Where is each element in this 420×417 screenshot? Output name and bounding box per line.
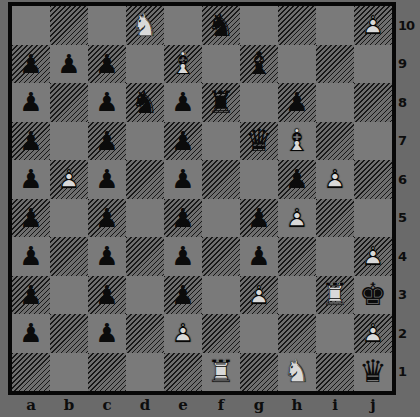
- rank-label-7: 7: [398, 122, 418, 161]
- square-g6[interactable]: [240, 160, 278, 199]
- square-e4[interactable]: ♟: [164, 237, 202, 276]
- square-f7[interactable]: [202, 122, 240, 161]
- black-pawn-c9[interactable]: ♟: [88, 45, 126, 84]
- square-c9[interactable]: ♟: [88, 45, 126, 84]
- square-c6[interactable]: ♟: [88, 160, 126, 199]
- white-bishop-h7[interactable]: ♝♗: [278, 122, 316, 161]
- black-pawn-b9[interactable]: ♟: [50, 45, 88, 84]
- black-pawn-c2[interactable]: ♟: [88, 314, 126, 353]
- black-pawn-e7[interactable]: ♟: [164, 122, 202, 161]
- square-j5[interactable]: [354, 199, 392, 238]
- file-labels: abcdefghij: [12, 394, 392, 416]
- black-queen-j1[interactable]: ♛: [354, 353, 392, 392]
- square-d10[interactable]: ♞♘: [126, 6, 164, 45]
- black-queen-g7[interactable]: ♛: [240, 122, 278, 161]
- black-pawn-a9[interactable]: ♟: [12, 45, 50, 84]
- square-i1[interactable]: [316, 353, 354, 392]
- square-e1[interactable]: [164, 353, 202, 392]
- black-pawn-g4[interactable]: ♟: [240, 237, 278, 276]
- square-b10[interactable]: [50, 6, 88, 45]
- square-e9[interactable]: ♝♗: [164, 45, 202, 84]
- square-d7[interactable]: [126, 122, 164, 161]
- square-c8[interactable]: ♟: [88, 83, 126, 122]
- square-f9[interactable]: [202, 45, 240, 84]
- square-g7[interactable]: ♛: [240, 122, 278, 161]
- square-j9[interactable]: [354, 45, 392, 84]
- file-label-e: e: [164, 394, 202, 416]
- square-d6[interactable]: [126, 160, 164, 199]
- white-pawn-g3[interactable]: ♟♙: [240, 276, 278, 315]
- rank-label-1: 1: [398, 353, 418, 392]
- black-bishop-g9[interactable]: ♝: [240, 45, 278, 84]
- white-pawn-j10[interactable]: ♟♙: [354, 6, 392, 45]
- square-a5[interactable]: ♟: [12, 199, 50, 238]
- black-pawn-e5[interactable]: ♟: [164, 199, 202, 238]
- black-pawn-c7[interactable]: ♟: [88, 122, 126, 161]
- square-a6[interactable]: ♟: [12, 160, 50, 199]
- square-c5[interactable]: ♟: [88, 199, 126, 238]
- file-label-c: c: [88, 394, 126, 416]
- square-i2[interactable]: [316, 314, 354, 353]
- square-g1[interactable]: [240, 353, 278, 392]
- square-i3[interactable]: ♜♖: [316, 276, 354, 315]
- rank-label-2: 2: [398, 314, 418, 353]
- black-pawn-g5[interactable]: ♟: [240, 199, 278, 238]
- rank-label-6: 6: [398, 160, 418, 199]
- square-e5[interactable]: ♟: [164, 199, 202, 238]
- black-pawn-a4[interactable]: ♟: [12, 237, 50, 276]
- file-label-g: g: [240, 394, 278, 416]
- square-f3[interactable]: [202, 276, 240, 315]
- board: ♞♘♞♟♙♟♟♟♝♗♝♟♟♞♟♜♟♟♟♟♛♝♗♟♟♙♟♟♟♟♙♟♟♟♟♟♙♟♟♟…: [8, 2, 396, 395]
- white-knight-d10[interactable]: ♞♘: [126, 6, 164, 45]
- black-pawn-h6[interactable]: ♟: [278, 160, 316, 199]
- square-e10[interactable]: [164, 6, 202, 45]
- square-b9[interactable]: ♟: [50, 45, 88, 84]
- white-bishop-e9[interactable]: ♝♗: [164, 45, 202, 84]
- square-b3[interactable]: [50, 276, 88, 315]
- square-i4[interactable]: [316, 237, 354, 276]
- square-i7[interactable]: [316, 122, 354, 161]
- square-d2[interactable]: [126, 314, 164, 353]
- black-pawn-a8[interactable]: ♟: [12, 83, 50, 122]
- square-b6[interactable]: ♟♙: [50, 160, 88, 199]
- square-d8[interactable]: ♞: [126, 83, 164, 122]
- file-label-j: j: [354, 394, 392, 416]
- square-a8[interactable]: ♟: [12, 83, 50, 122]
- file-label-b: b: [50, 394, 88, 416]
- square-i10[interactable]: [316, 6, 354, 45]
- square-d3[interactable]: [126, 276, 164, 315]
- square-c1[interactable]: [88, 353, 126, 392]
- black-pawn-a7[interactable]: ♟: [12, 122, 50, 161]
- rank-label-9: 9: [398, 45, 418, 84]
- square-e8[interactable]: ♟: [164, 83, 202, 122]
- black-pawn-a3[interactable]: ♟: [12, 276, 50, 315]
- square-d9[interactable]: [126, 45, 164, 84]
- square-d5[interactable]: [126, 199, 164, 238]
- square-e2[interactable]: ♟♙: [164, 314, 202, 353]
- square-h1[interactable]: ♞♘: [278, 353, 316, 392]
- square-b7[interactable]: [50, 122, 88, 161]
- square-h5[interactable]: ♟♙: [278, 199, 316, 238]
- square-a4[interactable]: ♟: [12, 237, 50, 276]
- square-e7[interactable]: ♟: [164, 122, 202, 161]
- white-rook-f1[interactable]: ♜♖: [202, 353, 240, 392]
- square-f1[interactable]: ♜♖: [202, 353, 240, 392]
- black-pawn-c4[interactable]: ♟: [88, 237, 126, 276]
- square-g3[interactable]: ♟♙: [240, 276, 278, 315]
- file-label-h: h: [278, 394, 316, 416]
- square-j7[interactable]: [354, 122, 392, 161]
- black-pawn-c6[interactable]: ♟: [88, 160, 126, 199]
- white-pawn-i6[interactable]: ♟♙: [316, 160, 354, 199]
- file-label-f: f: [202, 394, 240, 416]
- square-h8[interactable]: ♟: [278, 83, 316, 122]
- white-pawn-b6[interactable]: ♟♙: [50, 160, 88, 199]
- square-i8[interactable]: [316, 83, 354, 122]
- square-i9[interactable]: [316, 45, 354, 84]
- square-a3[interactable]: ♟: [12, 276, 50, 315]
- black-knight-f10[interactable]: ♞: [202, 6, 240, 45]
- square-f2[interactable]: [202, 314, 240, 353]
- square-j4[interactable]: ♟♙: [354, 237, 392, 276]
- file-label-d: d: [126, 394, 164, 416]
- black-pawn-e8[interactable]: ♟: [164, 83, 202, 122]
- square-j1[interactable]: ♛: [354, 353, 392, 392]
- square-c3[interactable]: ♟: [88, 276, 126, 315]
- square-b2[interactable]: [50, 314, 88, 353]
- square-f6[interactable]: [202, 160, 240, 199]
- square-h6[interactable]: ♟: [278, 160, 316, 199]
- square-a7[interactable]: ♟: [12, 122, 50, 161]
- black-pawn-a2[interactable]: ♟: [12, 314, 50, 353]
- square-h7[interactable]: ♝♗: [278, 122, 316, 161]
- rank-label-8: 8: [398, 83, 418, 122]
- square-h3[interactable]: [278, 276, 316, 315]
- white-knight-h1[interactable]: ♞♘: [278, 353, 316, 392]
- black-pawn-a6[interactable]: ♟: [12, 160, 50, 199]
- diagram-page: ♞♘♞♟♙♟♟♟♝♗♝♟♟♞♟♜♟♟♟♟♛♝♗♟♟♙♟♟♟♟♙♟♟♟♟♟♙♟♟♟…: [0, 0, 420, 417]
- square-f8[interactable]: ♜: [202, 83, 240, 122]
- file-label-a: a: [12, 394, 50, 416]
- black-pawn-c3[interactable]: ♟: [88, 276, 126, 315]
- rank-label-3: 3: [398, 276, 418, 315]
- square-a9[interactable]: ♟: [12, 45, 50, 84]
- square-g8[interactable]: [240, 83, 278, 122]
- square-i6[interactable]: ♟♙: [316, 160, 354, 199]
- black-pawn-a5[interactable]: ♟: [12, 199, 50, 238]
- square-b5[interactable]: [50, 199, 88, 238]
- black-pawn-e4[interactable]: ♟: [164, 237, 202, 276]
- white-rook-i3[interactable]: ♜♖: [316, 276, 354, 315]
- rank-label-10: 10: [398, 6, 418, 45]
- square-f5[interactable]: [202, 199, 240, 238]
- black-pawn-c8[interactable]: ♟: [88, 83, 126, 122]
- square-j6[interactable]: [354, 160, 392, 199]
- black-pawn-e6[interactable]: ♟: [164, 160, 202, 199]
- square-h9[interactable]: [278, 45, 316, 84]
- white-pawn-h5[interactable]: ♟♙: [278, 199, 316, 238]
- black-pawn-e3[interactable]: ♟: [164, 276, 202, 315]
- black-pawn-c5[interactable]: ♟: [88, 199, 126, 238]
- square-b4[interactable]: [50, 237, 88, 276]
- square-h10[interactable]: [278, 6, 316, 45]
- rank-label-4: 4: [398, 237, 418, 276]
- square-g9[interactable]: ♝: [240, 45, 278, 84]
- square-h4[interactable]: [278, 237, 316, 276]
- square-j2[interactable]: ♟♙: [354, 314, 392, 353]
- rank-labels: 10987654321: [398, 6, 418, 391]
- square-g4[interactable]: ♟: [240, 237, 278, 276]
- square-c4[interactable]: ♟: [88, 237, 126, 276]
- black-king-j3[interactable]: ♚: [354, 276, 392, 315]
- white-pawn-j4[interactable]: ♟♙: [354, 237, 392, 276]
- square-d1[interactable]: [126, 353, 164, 392]
- board-squares: ♞♘♞♟♙♟♟♟♝♗♝♟♟♞♟♜♟♟♟♟♛♝♗♟♟♙♟♟♟♟♙♟♟♟♟♟♙♟♟♟…: [12, 6, 392, 391]
- square-f4[interactable]: [202, 237, 240, 276]
- square-b1[interactable]: [50, 353, 88, 392]
- square-a10[interactable]: [12, 6, 50, 45]
- square-h2[interactable]: [278, 314, 316, 353]
- square-g2[interactable]: [240, 314, 278, 353]
- black-rook-f8[interactable]: ♜: [202, 83, 240, 122]
- square-c10[interactable]: [88, 6, 126, 45]
- square-a1[interactable]: [12, 353, 50, 392]
- square-j3[interactable]: ♚: [354, 276, 392, 315]
- square-j8[interactable]: [354, 83, 392, 122]
- square-i5[interactable]: [316, 199, 354, 238]
- square-g5[interactable]: ♟: [240, 199, 278, 238]
- white-pawn-e2[interactable]: ♟♙: [164, 314, 202, 353]
- square-a2[interactable]: ♟: [12, 314, 50, 353]
- square-j10[interactable]: ♟♙: [354, 6, 392, 45]
- square-e6[interactable]: ♟: [164, 160, 202, 199]
- square-f10[interactable]: ♞: [202, 6, 240, 45]
- file-label-i: i: [316, 394, 354, 416]
- square-d4[interactable]: [126, 237, 164, 276]
- square-b8[interactable]: [50, 83, 88, 122]
- rank-label-5: 5: [398, 199, 418, 238]
- square-g10[interactable]: [240, 6, 278, 45]
- black-pawn-h8[interactable]: ♟: [278, 83, 316, 122]
- square-c7[interactable]: ♟: [88, 122, 126, 161]
- square-c2[interactable]: ♟: [88, 314, 126, 353]
- white-pawn-j2[interactable]: ♟♙: [354, 314, 392, 353]
- square-e3[interactable]: ♟: [164, 276, 202, 315]
- black-knight-d8[interactable]: ♞: [126, 83, 164, 122]
